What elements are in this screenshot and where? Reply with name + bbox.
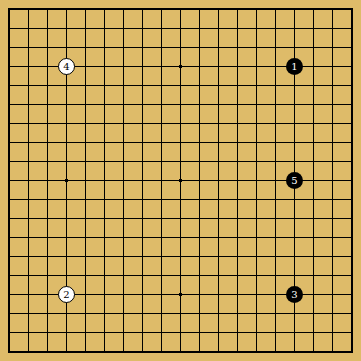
go-board[interactable]: 12345 (0, 0, 361, 361)
star-point (179, 293, 182, 296)
stone-black-q16: 1 (286, 58, 303, 75)
star-point (179, 65, 182, 68)
stone-white-d16: 4 (58, 58, 75, 75)
star-point (65, 179, 68, 182)
stone-black-q4: 3 (286, 286, 303, 303)
star-point (179, 179, 182, 182)
board-grid[interactable]: 12345 (0, 0, 361, 361)
stone-black-q10: 5 (286, 172, 303, 189)
stone-white-d4: 2 (58, 286, 75, 303)
